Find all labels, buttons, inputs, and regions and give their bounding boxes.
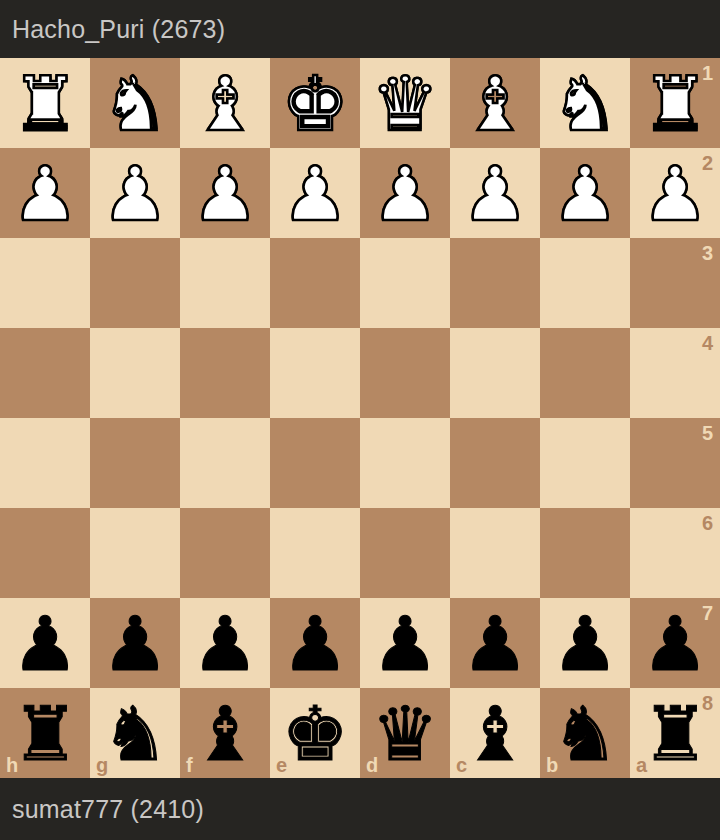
square-b6[interactable] — [540, 508, 630, 598]
rank-label-8: 8 — [702, 693, 713, 713]
file-label-e: e — [276, 755, 287, 775]
square-h4[interactable] — [0, 328, 90, 418]
square-g6[interactable] — [90, 508, 180, 598]
white-rook[interactable]: ♜ — [11, 59, 78, 149]
square-b2[interactable]: ♟ — [540, 148, 630, 238]
square-h2[interactable]: ♟ — [0, 148, 90, 238]
square-e7[interactable]: ♟ — [270, 598, 360, 688]
square-f7[interactable]: ♟ — [180, 598, 270, 688]
black-knight[interactable]: ♞ — [101, 689, 168, 779]
black-king[interactable]: ♚ — [281, 689, 348, 779]
square-b5[interactable] — [540, 418, 630, 508]
square-a8[interactable]: ♜8a — [630, 688, 720, 778]
top-player-label: Hacho_Puri (2673) — [12, 15, 225, 44]
square-h6[interactable] — [0, 508, 90, 598]
black-bishop[interactable]: ♝ — [191, 689, 258, 779]
white-rook[interactable]: ♜ — [641, 59, 708, 149]
square-d4[interactable] — [360, 328, 450, 418]
black-bishop[interactable]: ♝ — [461, 689, 528, 779]
black-queen[interactable]: ♛ — [371, 689, 438, 779]
square-e5[interactable] — [270, 418, 360, 508]
square-c6[interactable] — [450, 508, 540, 598]
black-pawn[interactable]: ♟ — [11, 599, 78, 689]
black-pawn[interactable]: ♟ — [281, 599, 348, 689]
file-label-f: f — [186, 755, 193, 775]
square-h1[interactable]: ♜ — [0, 58, 90, 148]
file-label-h: h — [6, 755, 18, 775]
square-d1[interactable]: ♛ — [360, 58, 450, 148]
rank-label-5: 5 — [702, 423, 713, 443]
rank-label-4: 4 — [702, 333, 713, 353]
white-bishop[interactable]: ♝ — [191, 59, 258, 149]
top-player-bar: Hacho_Puri (2673) — [0, 0, 720, 58]
square-f5[interactable] — [180, 418, 270, 508]
black-knight[interactable]: ♞ — [551, 689, 618, 779]
black-pawn[interactable]: ♟ — [641, 599, 708, 689]
white-queen[interactable]: ♛ — [371, 59, 438, 149]
square-g3[interactable] — [90, 238, 180, 328]
square-f6[interactable] — [180, 508, 270, 598]
square-c4[interactable] — [450, 328, 540, 418]
square-b7[interactable]: ♟ — [540, 598, 630, 688]
square-h7[interactable]: ♟ — [0, 598, 90, 688]
square-d2[interactable]: ♟ — [360, 148, 450, 238]
square-c2[interactable]: ♟ — [450, 148, 540, 238]
black-pawn[interactable]: ♟ — [101, 599, 168, 689]
black-rook[interactable]: ♜ — [11, 689, 78, 779]
chess-board: ♜♞♝♚♛♝♞♜1♟♟♟♟♟♟♟♟23456♟♟♟♟♟♟♟♟7♜h♞g♝f♚e♛… — [0, 58, 720, 778]
square-a5[interactable]: 5 — [630, 418, 720, 508]
black-rook[interactable]: ♜ — [641, 689, 708, 779]
square-a1[interactable]: ♜1 — [630, 58, 720, 148]
square-a2[interactable]: ♟2 — [630, 148, 720, 238]
square-b8[interactable]: ♞b — [540, 688, 630, 778]
square-a7[interactable]: ♟7 — [630, 598, 720, 688]
square-d3[interactable] — [360, 238, 450, 328]
white-pawn[interactable]: ♟ — [11, 149, 78, 239]
white-knight[interactable]: ♞ — [551, 59, 618, 149]
square-a4[interactable]: 4 — [630, 328, 720, 418]
white-pawn[interactable]: ♟ — [371, 149, 438, 239]
square-f2[interactable]: ♟ — [180, 148, 270, 238]
square-b3[interactable] — [540, 238, 630, 328]
square-b1[interactable]: ♞ — [540, 58, 630, 148]
bottom-player-bar: sumat777 (2410) — [0, 778, 720, 840]
square-b4[interactable] — [540, 328, 630, 418]
white-pawn[interactable]: ♟ — [641, 149, 708, 239]
square-h5[interactable] — [0, 418, 90, 508]
bottom-player-label: sumat777 (2410) — [12, 795, 204, 824]
square-e3[interactable] — [270, 238, 360, 328]
square-c1[interactable]: ♝ — [450, 58, 540, 148]
square-e8[interactable]: ♚e — [270, 688, 360, 778]
white-pawn[interactable]: ♟ — [101, 149, 168, 239]
rank-label-1: 1 — [702, 63, 713, 83]
white-pawn[interactable]: ♟ — [281, 149, 348, 239]
square-g1[interactable]: ♞ — [90, 58, 180, 148]
black-pawn[interactable]: ♟ — [191, 599, 258, 689]
white-king[interactable]: ♚ — [281, 59, 348, 149]
square-h8[interactable]: ♜h — [0, 688, 90, 778]
square-e2[interactable]: ♟ — [270, 148, 360, 238]
file-label-d: d — [366, 755, 378, 775]
square-g8[interactable]: ♞g — [90, 688, 180, 778]
square-c3[interactable] — [450, 238, 540, 328]
square-d8[interactable]: ♛d — [360, 688, 450, 778]
square-c7[interactable]: ♟ — [450, 598, 540, 688]
square-h3[interactable] — [0, 238, 90, 328]
square-e1[interactable]: ♚ — [270, 58, 360, 148]
square-g7[interactable]: ♟ — [90, 598, 180, 688]
square-c5[interactable] — [450, 418, 540, 508]
white-bishop[interactable]: ♝ — [461, 59, 528, 149]
white-pawn[interactable]: ♟ — [461, 149, 528, 239]
square-c8[interactable]: ♝c — [450, 688, 540, 778]
square-a6[interactable]: 6 — [630, 508, 720, 598]
file-label-g: g — [96, 755, 108, 775]
square-g5[interactable] — [90, 418, 180, 508]
white-pawn[interactable]: ♟ — [551, 149, 618, 239]
square-f4[interactable] — [180, 328, 270, 418]
rank-label-6: 6 — [702, 513, 713, 533]
black-pawn[interactable]: ♟ — [551, 599, 618, 689]
black-pawn[interactable]: ♟ — [461, 599, 528, 689]
square-d6[interactable] — [360, 508, 450, 598]
square-e6[interactable] — [270, 508, 360, 598]
square-g2[interactable]: ♟ — [90, 148, 180, 238]
white-pawn[interactable]: ♟ — [191, 149, 258, 239]
rank-label-7: 7 — [702, 603, 713, 623]
square-a3[interactable]: 3 — [630, 238, 720, 328]
file-label-c: c — [456, 755, 467, 775]
white-knight[interactable]: ♞ — [101, 59, 168, 149]
file-label-a: a — [636, 755, 647, 775]
rank-label-3: 3 — [702, 243, 713, 263]
black-pawn[interactable]: ♟ — [371, 599, 438, 689]
square-f8[interactable]: ♝f — [180, 688, 270, 778]
file-label-b: b — [546, 755, 558, 775]
square-e4[interactable] — [270, 328, 360, 418]
rank-label-2: 2 — [702, 153, 713, 173]
square-d5[interactable] — [360, 418, 450, 508]
square-f1[interactable]: ♝ — [180, 58, 270, 148]
square-f3[interactable] — [180, 238, 270, 328]
square-g4[interactable] — [90, 328, 180, 418]
square-d7[interactable]: ♟ — [360, 598, 450, 688]
